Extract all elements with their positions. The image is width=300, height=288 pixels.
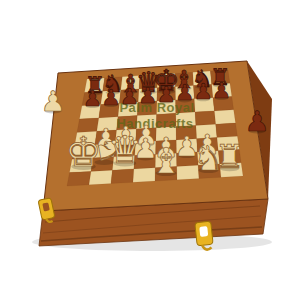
square-h5: [214, 110, 235, 124]
dark-pawn-a7: ♟: [83, 86, 102, 111]
dark-pawn-g7: ♟: [193, 79, 212, 104]
latch-hole: [199, 226, 208, 237]
chess-set-product-photo: Palm Royal Handicrafts ♜♞♝♛♚♝♞♜♟♟♟♟♟♟♟♟♟…: [0, 0, 300, 288]
light-pawn-rim-0: ♟: [40, 85, 65, 118]
dark-pawn-b7: ♟: [101, 85, 120, 110]
dark-pawn-f7: ♟: [175, 80, 194, 105]
light-rook-h2: ♜: [215, 138, 244, 176]
light-bishop-e2: ♝: [150, 140, 182, 181]
dark-pawn-c7: ♟: [120, 84, 139, 109]
dark-pawn-rim-1: ♟: [244, 105, 269, 138]
dark-pawn-e7: ♟: [157, 82, 176, 107]
square-g5: [195, 111, 216, 126]
chess-board-scene: Palm Royal Handicrafts ♜♞♝♛♚♝♞♜♟♟♟♟♟♟♟♟♟…: [0, 0, 300, 288]
dark-pawn-d7: ♟: [138, 83, 157, 108]
dark-pawn-h7: ♟: [212, 78, 231, 103]
